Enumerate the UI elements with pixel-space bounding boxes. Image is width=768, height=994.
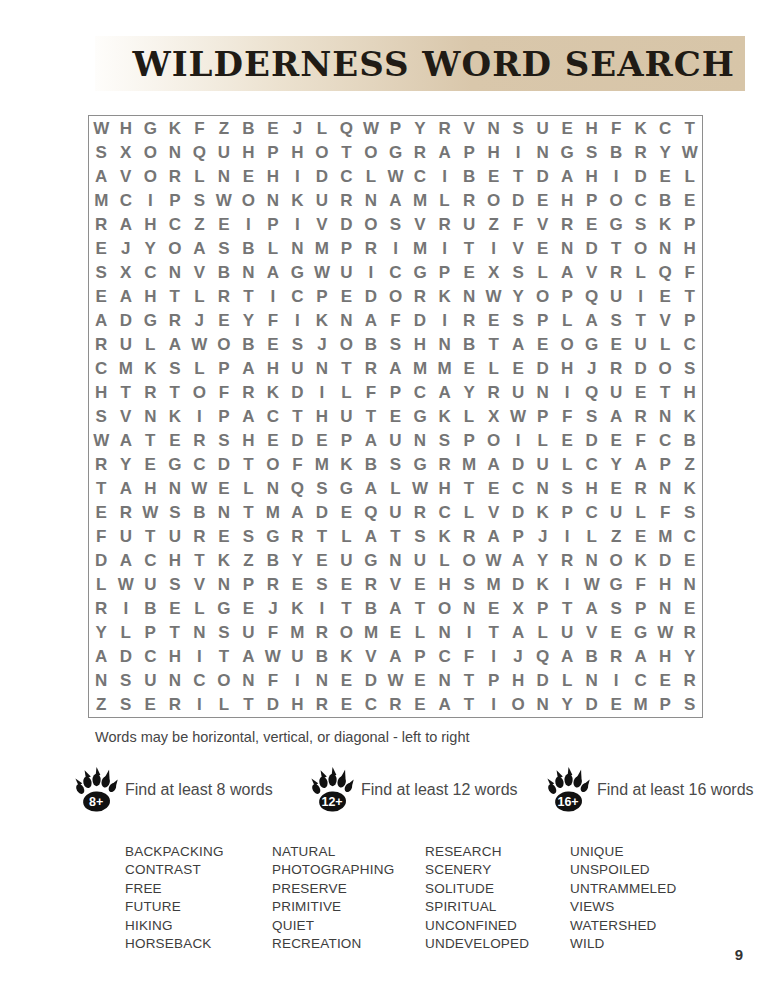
grid-cell[interactable]: V: [408, 212, 433, 236]
grid-cell[interactable]: O: [555, 332, 580, 356]
grid-cell[interactable]: G: [604, 573, 629, 597]
grid-cell[interactable]: D: [506, 573, 531, 597]
grid-cell[interactable]: V: [457, 116, 482, 140]
grid-cell[interactable]: S: [506, 116, 531, 140]
grid-cell[interactable]: C: [579, 453, 604, 477]
grid-cell[interactable]: T: [187, 549, 212, 573]
grid-cell[interactable]: M: [408, 356, 433, 380]
grid-cell[interactable]: P: [408, 645, 433, 669]
grid-cell[interactable]: L: [114, 621, 139, 645]
grid-cell[interactable]: L: [187, 356, 212, 380]
grid-cell[interactable]: N: [432, 332, 457, 356]
grid-cell[interactable]: K: [432, 404, 457, 428]
grid-cell[interactable]: S: [285, 332, 310, 356]
grid-cell[interactable]: E: [653, 669, 678, 693]
grid-cell[interactable]: I: [310, 597, 335, 621]
grid-cell[interactable]: C: [89, 356, 114, 380]
grid-cell[interactable]: I: [114, 597, 139, 621]
grid-cell[interactable]: P: [212, 356, 237, 380]
grid-cell[interactable]: A: [383, 597, 408, 621]
grid-cell[interactable]: B: [579, 645, 604, 669]
grid-cell[interactable]: I: [236, 212, 261, 236]
grid-cell[interactable]: L: [457, 404, 482, 428]
grid-cell[interactable]: I: [506, 429, 531, 453]
grid-cell[interactable]: S: [163, 356, 188, 380]
grid-cell[interactable]: O: [359, 212, 384, 236]
grid-cell[interactable]: P: [506, 525, 531, 549]
grid-cell[interactable]: R: [677, 621, 702, 645]
grid-cell[interactable]: U: [212, 140, 237, 164]
grid-cell[interactable]: B: [457, 332, 482, 356]
grid-cell[interactable]: T: [163, 380, 188, 404]
grid-cell[interactable]: I: [481, 236, 506, 260]
grid-cell[interactable]: U: [555, 621, 580, 645]
grid-cell[interactable]: T: [506, 164, 531, 188]
grid-cell[interactable]: L: [653, 332, 678, 356]
grid-cell[interactable]: F: [653, 501, 678, 525]
grid-cell[interactable]: L: [359, 164, 384, 188]
grid-cell[interactable]: K: [677, 477, 702, 501]
grid-cell[interactable]: L: [432, 549, 457, 573]
grid-cell[interactable]: W: [408, 477, 433, 501]
grid-cell[interactable]: L: [261, 236, 286, 260]
grid-cell[interactable]: A: [628, 645, 653, 669]
grid-cell[interactable]: M: [114, 356, 139, 380]
grid-cell[interactable]: E: [334, 693, 359, 717]
grid-cell[interactable]: O: [359, 140, 384, 164]
grid-cell[interactable]: L: [481, 356, 506, 380]
grid-cell[interactable]: C: [334, 164, 359, 188]
grid-cell[interactable]: R: [212, 284, 237, 308]
grid-cell[interactable]: J: [530, 525, 555, 549]
grid-cell[interactable]: S: [212, 429, 237, 453]
grid-cell[interactable]: T: [310, 525, 335, 549]
grid-cell[interactable]: S: [506, 260, 531, 284]
grid-cell[interactable]: D: [628, 164, 653, 188]
grid-cell[interactable]: D: [579, 236, 604, 260]
grid-cell[interactable]: A: [555, 260, 580, 284]
grid-cell[interactable]: E: [261, 332, 286, 356]
grid-cell[interactable]: R: [628, 477, 653, 501]
grid-cell[interactable]: R: [285, 525, 310, 549]
grid-cell[interactable]: U: [285, 356, 310, 380]
grid-cell[interactable]: D: [579, 429, 604, 453]
grid-cell[interactable]: N: [212, 501, 237, 525]
grid-cell[interactable]: S: [236, 525, 261, 549]
grid-cell[interactable]: E: [677, 597, 702, 621]
grid-cell[interactable]: Q: [334, 116, 359, 140]
grid-cell[interactable]: T: [383, 525, 408, 549]
grid-cell[interactable]: P: [261, 212, 286, 236]
grid-cell[interactable]: P: [653, 453, 678, 477]
grid-cell[interactable]: A: [89, 308, 114, 332]
grid-cell[interactable]: I: [506, 140, 531, 164]
grid-cell[interactable]: L: [138, 332, 163, 356]
grid-cell[interactable]: A: [89, 164, 114, 188]
grid-cell[interactable]: E: [481, 477, 506, 501]
grid-cell[interactable]: U: [138, 573, 163, 597]
grid-cell[interactable]: C: [432, 501, 457, 525]
grid-cell[interactable]: L: [408, 621, 433, 645]
grid-cell[interactable]: C: [628, 188, 653, 212]
grid-cell[interactable]: G: [359, 549, 384, 573]
grid-cell[interactable]: J: [506, 645, 531, 669]
grid-cell[interactable]: L: [432, 188, 457, 212]
grid-cell[interactable]: M: [310, 236, 335, 260]
grid-cell[interactable]: O: [383, 284, 408, 308]
grid-cell[interactable]: F: [212, 380, 237, 404]
grid-cell[interactable]: P: [530, 404, 555, 428]
grid-cell[interactable]: N: [261, 477, 286, 501]
grid-cell[interactable]: D: [310, 501, 335, 525]
grid-cell[interactable]: T: [628, 308, 653, 332]
grid-cell[interactable]: I: [432, 236, 457, 260]
grid-cell[interactable]: T: [138, 525, 163, 549]
grid-cell[interactable]: N: [383, 549, 408, 573]
grid-cell[interactable]: I: [555, 525, 580, 549]
grid-cell[interactable]: T: [114, 380, 139, 404]
grid-cell[interactable]: G: [555, 140, 580, 164]
grid-cell[interactable]: W: [579, 573, 604, 597]
grid-cell[interactable]: E: [677, 549, 702, 573]
grid-cell[interactable]: R: [163, 308, 188, 332]
grid-cell[interactable]: A: [604, 404, 629, 428]
grid-cell[interactable]: P: [530, 308, 555, 332]
grid-cell[interactable]: L: [530, 260, 555, 284]
grid-cell[interactable]: I: [604, 669, 629, 693]
grid-cell[interactable]: N: [432, 621, 457, 645]
grid-cell[interactable]: R: [457, 525, 482, 549]
grid-cell[interactable]: G: [408, 404, 433, 428]
grid-cell[interactable]: B: [604, 140, 629, 164]
grid-cell[interactable]: R: [114, 501, 139, 525]
grid-cell[interactable]: E: [677, 188, 702, 212]
grid-cell[interactable]: R: [628, 140, 653, 164]
grid-cell[interactable]: R: [187, 525, 212, 549]
grid-cell[interactable]: W: [310, 260, 335, 284]
grid-cell[interactable]: E: [457, 356, 482, 380]
grid-cell[interactable]: S: [163, 573, 188, 597]
grid-cell[interactable]: T: [212, 645, 237, 669]
grid-cell[interactable]: I: [187, 693, 212, 717]
grid-cell[interactable]: N: [530, 477, 555, 501]
grid-cell[interactable]: U: [457, 212, 482, 236]
grid-cell[interactable]: B: [236, 332, 261, 356]
grid-cell[interactable]: C: [653, 429, 678, 453]
grid-cell[interactable]: P: [457, 140, 482, 164]
grid-cell[interactable]: E: [261, 116, 286, 140]
grid-cell[interactable]: P: [212, 404, 237, 428]
grid-cell[interactable]: Y: [114, 453, 139, 477]
grid-cell[interactable]: R: [89, 332, 114, 356]
grid-cell[interactable]: A: [236, 404, 261, 428]
grid-cell[interactable]: E: [310, 549, 335, 573]
grid-cell[interactable]: L: [530, 429, 555, 453]
grid-cell[interactable]: C: [579, 501, 604, 525]
grid-cell[interactable]: S: [432, 429, 457, 453]
grid-cell[interactable]: N: [359, 188, 384, 212]
grid-cell[interactable]: D: [334, 212, 359, 236]
grid-cell[interactable]: N: [163, 140, 188, 164]
grid-cell[interactable]: R: [383, 693, 408, 717]
grid-cell[interactable]: C: [408, 380, 433, 404]
grid-cell[interactable]: E: [604, 477, 629, 501]
grid-cell[interactable]: P: [555, 284, 580, 308]
grid-cell[interactable]: D: [261, 693, 286, 717]
grid-cell[interactable]: F: [604, 116, 629, 140]
grid-cell[interactable]: E: [285, 573, 310, 597]
grid-cell[interactable]: A: [481, 453, 506, 477]
grid-cell[interactable]: T: [677, 116, 702, 140]
grid-cell[interactable]: P: [383, 116, 408, 140]
grid-cell[interactable]: T: [334, 140, 359, 164]
grid-cell[interactable]: E: [89, 284, 114, 308]
grid-cell[interactable]: T: [236, 453, 261, 477]
grid-cell[interactable]: P: [334, 429, 359, 453]
grid-cell[interactable]: A: [359, 477, 384, 501]
grid-cell[interactable]: E: [163, 429, 188, 453]
grid-cell[interactable]: S: [89, 140, 114, 164]
grid-cell[interactable]: K: [334, 645, 359, 669]
grid-cell[interactable]: R: [261, 573, 286, 597]
grid-cell[interactable]: U: [163, 525, 188, 549]
grid-cell[interactable]: L: [530, 621, 555, 645]
grid-cell[interactable]: M: [408, 188, 433, 212]
grid-cell[interactable]: G: [604, 212, 629, 236]
grid-cell[interactable]: X: [506, 597, 531, 621]
grid-cell[interactable]: P: [383, 380, 408, 404]
grid-cell[interactable]: G: [383, 140, 408, 164]
grid-cell[interactable]: Y: [457, 380, 482, 404]
grid-cell[interactable]: O: [334, 621, 359, 645]
grid-cell[interactable]: A: [359, 308, 384, 332]
grid-cell[interactable]: I: [457, 621, 482, 645]
grid-cell[interactable]: S: [187, 188, 212, 212]
grid-cell[interactable]: B: [359, 453, 384, 477]
grid-cell[interactable]: Y: [506, 284, 531, 308]
grid-cell[interactable]: K: [334, 453, 359, 477]
grid-cell[interactable]: U: [310, 188, 335, 212]
grid-cell[interactable]: W: [187, 477, 212, 501]
grid-cell[interactable]: B: [457, 164, 482, 188]
grid-cell[interactable]: W: [187, 332, 212, 356]
grid-cell[interactable]: G: [285, 260, 310, 284]
grid-cell[interactable]: S: [310, 477, 335, 501]
grid-cell[interactable]: U: [530, 453, 555, 477]
grid-cell[interactable]: E: [604, 693, 629, 717]
grid-cell[interactable]: G: [408, 260, 433, 284]
grid-cell[interactable]: K: [628, 116, 653, 140]
grid-cell[interactable]: H: [579, 116, 604, 140]
grid-cell[interactable]: H: [579, 477, 604, 501]
grid-cell[interactable]: T: [89, 477, 114, 501]
grid-cell[interactable]: N: [285, 236, 310, 260]
grid-cell[interactable]: B: [212, 260, 237, 284]
grid-cell[interactable]: P: [530, 597, 555, 621]
grid-cell[interactable]: A: [383, 188, 408, 212]
grid-cell[interactable]: O: [236, 188, 261, 212]
grid-cell[interactable]: L: [212, 693, 237, 717]
grid-cell[interactable]: N: [187, 621, 212, 645]
grid-cell[interactable]: N: [163, 260, 188, 284]
grid-cell[interactable]: D: [530, 164, 555, 188]
grid-cell[interactable]: S: [604, 308, 629, 332]
grid-cell[interactable]: F: [555, 404, 580, 428]
grid-cell[interactable]: M: [359, 621, 384, 645]
grid-cell[interactable]: D: [285, 380, 310, 404]
grid-cell[interactable]: T: [457, 669, 482, 693]
grid-cell[interactable]: D: [285, 429, 310, 453]
grid-cell[interactable]: F: [261, 308, 286, 332]
grid-cell[interactable]: N: [653, 477, 678, 501]
grid-cell[interactable]: Y: [138, 236, 163, 260]
grid-cell[interactable]: D: [359, 669, 384, 693]
grid-cell[interactable]: E: [212, 308, 237, 332]
grid-cell[interactable]: L: [555, 453, 580, 477]
grid-cell[interactable]: K: [261, 380, 286, 404]
grid-cell[interactable]: L: [677, 164, 702, 188]
grid-cell[interactable]: A: [432, 380, 457, 404]
grid-cell[interactable]: N: [261, 188, 286, 212]
grid-cell[interactable]: N: [481, 116, 506, 140]
grid-cell[interactable]: P: [579, 188, 604, 212]
grid-cell[interactable]: V: [506, 236, 531, 260]
grid-cell[interactable]: N: [334, 308, 359, 332]
grid-cell[interactable]: T: [481, 621, 506, 645]
grid-cell[interactable]: P: [334, 236, 359, 260]
grid-cell[interactable]: C: [285, 284, 310, 308]
grid-cell[interactable]: T: [677, 284, 702, 308]
grid-cell[interactable]: B: [359, 597, 384, 621]
grid-cell[interactable]: R: [604, 356, 629, 380]
grid-cell[interactable]: C: [114, 188, 139, 212]
grid-cell[interactable]: X: [114, 140, 139, 164]
grid-cell[interactable]: R: [187, 429, 212, 453]
grid-cell[interactable]: B: [236, 116, 261, 140]
grid-cell[interactable]: D: [359, 284, 384, 308]
grid-cell[interactable]: J: [285, 116, 310, 140]
grid-cell[interactable]: M: [628, 693, 653, 717]
grid-cell[interactable]: N: [653, 236, 678, 260]
grid-cell[interactable]: G: [408, 453, 433, 477]
grid-cell[interactable]: K: [432, 284, 457, 308]
grid-cell[interactable]: Y: [236, 308, 261, 332]
grid-cell[interactable]: I: [432, 164, 457, 188]
grid-cell[interactable]: E: [212, 525, 237, 549]
grid-cell[interactable]: V: [187, 260, 212, 284]
grid-cell[interactable]: K: [163, 404, 188, 428]
grid-cell[interactable]: M: [457, 453, 482, 477]
grid-cell[interactable]: E: [628, 525, 653, 549]
grid-cell[interactable]: D: [89, 549, 114, 573]
grid-cell[interactable]: C: [187, 669, 212, 693]
grid-cell[interactable]: H: [579, 164, 604, 188]
grid-cell[interactable]: A: [114, 284, 139, 308]
grid-cell[interactable]: R: [408, 501, 433, 525]
grid-cell[interactable]: N: [236, 260, 261, 284]
grid-cell[interactable]: S: [383, 212, 408, 236]
grid-cell[interactable]: C: [408, 164, 433, 188]
grid-cell[interactable]: W: [653, 621, 678, 645]
grid-cell[interactable]: A: [481, 525, 506, 549]
grid-cell[interactable]: P: [677, 308, 702, 332]
grid-cell[interactable]: C: [383, 260, 408, 284]
grid-cell[interactable]: D: [310, 164, 335, 188]
grid-cell[interactable]: T: [285, 404, 310, 428]
grid-cell[interactable]: I: [285, 669, 310, 693]
grid-cell[interactable]: P: [653, 693, 678, 717]
grid-cell[interactable]: R: [310, 693, 335, 717]
grid-cell[interactable]: R: [236, 380, 261, 404]
grid-cell[interactable]: G: [138, 116, 163, 140]
grid-cell[interactable]: V: [310, 212, 335, 236]
grid-cell[interactable]: W: [481, 549, 506, 573]
grid-cell[interactable]: U: [285, 645, 310, 669]
grid-cell[interactable]: W: [138, 501, 163, 525]
grid-cell[interactable]: Q: [285, 477, 310, 501]
grid-cell[interactable]: R: [359, 236, 384, 260]
grid-cell[interactable]: J: [114, 236, 139, 260]
grid-cell[interactable]: K: [530, 501, 555, 525]
grid-cell[interactable]: D: [506, 501, 531, 525]
grid-cell[interactable]: E: [506, 356, 531, 380]
grid-cell[interactable]: V: [114, 404, 139, 428]
grid-cell[interactable]: O: [163, 236, 188, 260]
grid-cell[interactable]: F: [628, 429, 653, 453]
grid-cell[interactable]: F: [383, 308, 408, 332]
grid-cell[interactable]: U: [114, 525, 139, 549]
grid-cell[interactable]: E: [138, 693, 163, 717]
grid-cell[interactable]: R: [163, 164, 188, 188]
grid-cell[interactable]: E: [261, 429, 286, 453]
grid-cell[interactable]: B: [310, 645, 335, 669]
grid-cell[interactable]: W: [677, 140, 702, 164]
grid-cell[interactable]: G: [579, 332, 604, 356]
grid-cell[interactable]: W: [383, 669, 408, 693]
grid-cell[interactable]: M: [653, 525, 678, 549]
grid-cell[interactable]: P: [310, 284, 335, 308]
grid-cell[interactable]: L: [579, 525, 604, 549]
grid-cell[interactable]: W: [481, 284, 506, 308]
grid-cell[interactable]: O: [628, 236, 653, 260]
grid-cell[interactable]: U: [334, 260, 359, 284]
grid-cell[interactable]: D: [408, 308, 433, 332]
grid-cell[interactable]: E: [530, 332, 555, 356]
grid-cell[interactable]: R: [604, 645, 629, 669]
grid-cell[interactable]: N: [163, 669, 188, 693]
grid-cell[interactable]: N: [212, 573, 237, 597]
grid-cell[interactable]: F: [261, 669, 286, 693]
grid-cell[interactable]: E: [604, 621, 629, 645]
grid-cell[interactable]: T: [163, 284, 188, 308]
grid-cell[interactable]: H: [432, 477, 457, 501]
grid-cell[interactable]: T: [555, 597, 580, 621]
grid-cell[interactable]: D: [114, 645, 139, 669]
grid-cell[interactable]: O: [212, 669, 237, 693]
grid-cell[interactable]: W: [383, 164, 408, 188]
grid-cell[interactable]: T: [481, 332, 506, 356]
grid-cell[interactable]: V: [530, 212, 555, 236]
grid-cell[interactable]: E: [604, 429, 629, 453]
grid-cell[interactable]: T: [359, 404, 384, 428]
grid-cell[interactable]: E: [334, 501, 359, 525]
grid-cell[interactable]: E: [89, 236, 114, 260]
grid-cell[interactable]: I: [138, 188, 163, 212]
grid-cell[interactable]: E: [555, 116, 580, 140]
grid-cell[interactable]: F: [89, 525, 114, 549]
grid-cell[interactable]: O: [138, 164, 163, 188]
grid-cell[interactable]: F: [359, 380, 384, 404]
